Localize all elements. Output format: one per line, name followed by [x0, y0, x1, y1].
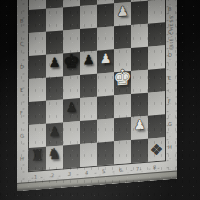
square-b4[interactable] — [46, 76, 63, 100]
rank-label-left-F: F — [20, 111, 23, 116]
square-h4[interactable] — [148, 68, 165, 92]
square-e1[interactable] — [97, 141, 114, 165]
white-pawn-g2: ♟ — [134, 118, 146, 132]
square-a2[interactable] — [29, 124, 46, 148]
square-h7[interactable] — [148, 0, 165, 24]
square-h1[interactable]: ❖ — [148, 137, 165, 161]
square-f1[interactable] — [114, 140, 131, 164]
square-d6[interactable] — [80, 28, 97, 52]
square-a1[interactable]: ♜ — [29, 147, 46, 171]
square-f4[interactable]: ♚ — [114, 71, 131, 95]
board-squares: ♟♟♚♟♟♚♟♟♟♜♞❖ — [28, 0, 166, 172]
file-label-bottom-6: 6 — [119, 168, 122, 173]
square-d7[interactable] — [80, 5, 97, 29]
square-a6[interactable] — [29, 32, 46, 56]
chess-board: ♟♟♚♟♟♚♟♟♟♜♞❖ Ⓒ IIE-CHESS AABBCCDDEEFFGGH… — [17, 0, 177, 191]
black-pawn-b2: ♟ — [49, 125, 61, 139]
rank-label-right-G: G — [168, 122, 172, 127]
square-e3[interactable] — [97, 95, 114, 119]
square-h5[interactable] — [148, 45, 165, 69]
square-a7[interactable] — [29, 9, 46, 33]
file-label-bottom-8: 8 — [153, 165, 156, 170]
square-f5[interactable] — [114, 48, 131, 72]
square-g5[interactable] — [131, 47, 148, 71]
rank-label-right-H: H — [168, 145, 172, 150]
rank-label-left-B: B — [20, 18, 23, 23]
square-e4[interactable] — [97, 72, 114, 96]
rank-label-left-E: E — [20, 88, 23, 93]
square-e7[interactable] — [97, 3, 114, 27]
rank-label-left-D: D — [20, 64, 24, 69]
square-c6[interactable] — [63, 29, 80, 53]
square-h3[interactable] — [148, 91, 165, 115]
square-c7[interactable] — [63, 6, 80, 30]
square-c2[interactable] — [63, 121, 80, 145]
rank-label-right-F: F — [168, 99, 171, 104]
square-f6[interactable] — [114, 25, 131, 49]
rank-label-right-B: B — [168, 7, 171, 12]
white-pawn-f7: ♟ — [117, 4, 129, 18]
square-d5[interactable]: ♟ — [80, 51, 97, 75]
square-d4[interactable] — [80, 74, 97, 98]
file-label-bottom-3: 3 — [68, 172, 71, 177]
rank-label-left-G: G — [20, 133, 24, 138]
black-pawn-b5: ♟ — [49, 56, 61, 70]
black-pawn-c3: ♟ — [66, 100, 78, 114]
square-h6[interactable] — [148, 22, 165, 46]
square-b1[interactable]: ♞ — [46, 145, 63, 169]
black-rook-a1: ♜ — [31, 148, 44, 164]
square-c3[interactable]: ♟ — [63, 98, 80, 122]
square-b6[interactable] — [46, 30, 63, 54]
file-label-bottom-1: 1 — [34, 174, 37, 179]
board-corner-emblem: ❖ — [148, 137, 165, 161]
black-pawn-d5: ♟ — [83, 53, 95, 67]
file-label-bottom-2: 2 — [51, 173, 54, 178]
square-f3[interactable] — [114, 94, 131, 118]
square-a4[interactable] — [29, 78, 46, 102]
square-g6[interactable] — [131, 24, 148, 48]
square-c1[interactable] — [63, 144, 80, 168]
square-b5[interactable]: ♟ — [46, 53, 63, 77]
square-e2[interactable] — [97, 118, 114, 142]
square-g7[interactable] — [131, 1, 148, 25]
board-side-edge — [17, 170, 177, 191]
file-label-bottom-5: 5 — [102, 169, 105, 174]
square-f2[interactable] — [114, 117, 131, 141]
rank-label-left-H: H — [20, 156, 24, 161]
square-e6[interactable] — [97, 26, 114, 50]
square-b7[interactable] — [46, 7, 63, 31]
square-g3[interactable] — [131, 93, 148, 117]
white-pawn-e5: ♟ — [100, 52, 112, 66]
square-g4[interactable] — [131, 70, 148, 94]
square-g1[interactable] — [131, 139, 148, 163]
square-e5[interactable]: ♟ — [97, 49, 114, 73]
square-d3[interactable] — [80, 97, 97, 121]
square-d1[interactable] — [80, 143, 97, 167]
square-g2[interactable]: ♟ — [131, 116, 148, 140]
black-king-c5: ♚ — [63, 51, 80, 71]
rank-label-right-D: D — [168, 53, 172, 58]
square-a3[interactable] — [29, 101, 46, 125]
square-f7[interactable]: ♟ — [114, 2, 131, 26]
square-b2[interactable]: ♟ — [46, 122, 63, 146]
rank-label-right-E: E — [168, 76, 171, 81]
square-h2[interactable] — [148, 114, 165, 138]
rank-label-left-C: C — [20, 41, 24, 46]
file-label-bottom-4: 4 — [85, 170, 88, 175]
square-d2[interactable] — [80, 120, 97, 144]
square-c5[interactable]: ♚ — [63, 52, 80, 76]
square-a5[interactable] — [29, 55, 46, 79]
black-knight-b1: ♞ — [48, 147, 61, 163]
rank-label-right-C: C — [168, 30, 172, 35]
photo-canvas: ♟♟♚♟♟♚♟♟♟♜♞❖ Ⓒ IIE-CHESS AABBCCDDEEFFGGH… — [0, 0, 200, 200]
rank-label-left-A: A — [20, 0, 23, 1]
file-label-bottom-7: 7 — [136, 166, 139, 171]
square-b3[interactable] — [46, 99, 63, 123]
square-c4[interactable] — [63, 75, 80, 99]
